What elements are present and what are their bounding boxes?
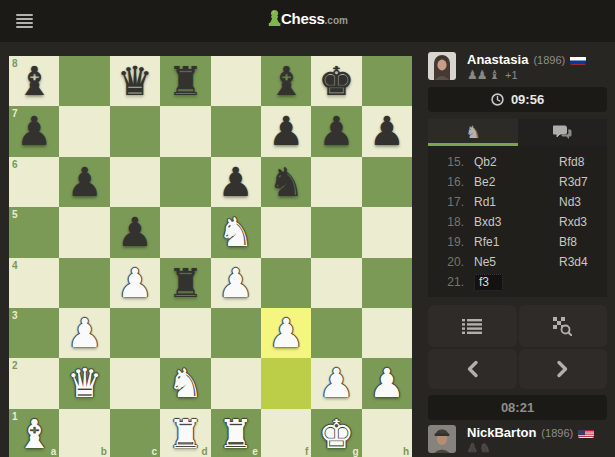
black-pawn-e6[interactable]: ♟ — [211, 157, 261, 207]
square-c1[interactable]: c — [110, 409, 160, 457]
square-f5[interactable] — [261, 207, 311, 257]
square-g5[interactable] — [311, 207, 361, 257]
square-c2[interactable] — [110, 358, 160, 408]
move-white[interactable]: Bxd3 — [474, 215, 526, 229]
bottom-player-avatar[interactable] — [428, 425, 456, 453]
move-row: 21.f3 — [428, 272, 607, 292]
analysis-board-button[interactable] — [519, 305, 608, 347]
move-row: 15.Qb2Rfd8 — [428, 152, 607, 172]
square-d2[interactable]: ♞ — [160, 358, 210, 408]
rank-label-6: 6 — [12, 159, 18, 170]
move-number: 15. — [428, 155, 464, 169]
top-bar: Chess .com — [0, 0, 615, 42]
russia-flag-icon — [570, 54, 586, 65]
square-e6[interactable]: ♟ — [211, 157, 261, 207]
move-black[interactable]: R3d4 — [559, 255, 588, 269]
square-e5[interactable]: ♞ — [211, 207, 261, 257]
square-f6[interactable]: ♞ — [261, 157, 311, 207]
top-player-avatar[interactable] — [428, 52, 456, 80]
top-player-name[interactable]: Anastasia — [467, 52, 528, 67]
rank-label-2: 2 — [12, 360, 18, 371]
square-e1[interactable]: e♜ — [211, 409, 261, 457]
move-number: 18. — [428, 215, 464, 229]
bottom-player-name[interactable]: NickBarton — [467, 425, 536, 440]
square-a5[interactable]: 5 — [9, 207, 59, 257]
black-queen-c8[interactable]: ♛ — [110, 56, 160, 106]
hamburger-menu-icon[interactable] — [16, 14, 33, 28]
bottom-player-rating: (1896) — [541, 427, 573, 439]
square-c3[interactable] — [110, 308, 160, 358]
square-h7[interactable]: ♟ — [362, 106, 412, 156]
chess-board[interactable]: 8♝♛♜♝♚7♟♟♟♟6♟♟♞5♟♞4♟♜♟3♟♟2♛♞♟♟1a♝bcd♜e♜f… — [9, 56, 412, 457]
square-g7[interactable]: ♟ — [311, 106, 361, 156]
square-d5[interactable] — [160, 207, 210, 257]
square-b1[interactable]: b — [59, 409, 109, 457]
white-pawn-c4[interactable]: ♟ — [110, 258, 160, 308]
square-b3[interactable]: ♟ — [59, 308, 109, 358]
white-rook-e1[interactable]: ♜ — [211, 409, 261, 457]
move-row: 17.Rd1Nd3 — [428, 192, 607, 212]
square-c6[interactable] — [110, 157, 160, 207]
square-g3[interactable] — [311, 308, 361, 358]
file-label-c: c — [152, 446, 158, 457]
move-number: 21. — [428, 275, 464, 289]
square-b2[interactable]: ♛ — [59, 358, 109, 408]
chat-icon — [553, 125, 572, 140]
black-pawn-f7[interactable]: ♟ — [261, 106, 311, 156]
black-pawn-h7[interactable]: ♟ — [362, 106, 412, 156]
move-number: 19. — [428, 235, 464, 249]
square-d4[interactable]: ♜ — [160, 258, 210, 308]
black-king-g8[interactable]: ♚ — [311, 56, 361, 106]
white-pawn-f3[interactable]: ♟ — [261, 308, 311, 358]
square-f1[interactable]: f — [261, 409, 311, 457]
bottom-player-captured-pieces: ♟ ♞ — [467, 441, 594, 455]
white-queen-b2[interactable]: ♛ — [59, 358, 109, 408]
square-g2[interactable]: ♟ — [311, 358, 361, 408]
black-rook-d8[interactable]: ♜ — [160, 56, 210, 106]
rank-label-3: 3 — [12, 310, 18, 321]
square-f8[interactable]: ♝ — [261, 56, 311, 106]
knight-icon: ♞ — [465, 124, 480, 141]
square-g4[interactable] — [311, 258, 361, 308]
move-list: 15.Qb2Rfd816.Be2R3d717.Rd1Nd318.Bxd3Rxd3… — [428, 146, 607, 297]
move-black[interactable]: Nd3 — [559, 195, 581, 209]
logo-text-com: .com — [325, 15, 348, 26]
square-d3[interactable] — [160, 308, 210, 358]
move-number: 17. — [428, 195, 464, 209]
move-white[interactable]: Ne5 — [474, 255, 526, 269]
white-pawn-g2[interactable]: ♟ — [311, 358, 361, 408]
black-rook-d4[interactable]: ♜ — [160, 258, 210, 308]
square-g1[interactable]: g♚ — [311, 409, 361, 457]
move-white[interactable]: Rfe1 — [474, 235, 526, 249]
chesscom-logo[interactable]: Chess .com — [267, 9, 348, 27]
game-controls — [428, 305, 607, 389]
forward-icon — [556, 360, 569, 378]
bottom-player-clock: 08:21 — [428, 395, 607, 420]
bottom-player[interactable]: NickBarton (1896) ♟ ♞ — [428, 425, 607, 455]
square-e4[interactable]: ♟ — [211, 258, 261, 308]
move-number: 20. — [428, 255, 464, 269]
move-black[interactable]: Rfd8 — [559, 155, 584, 169]
move-row: 18.Bxd3Rxd3 — [428, 212, 607, 232]
rank-label-5: 5 — [12, 209, 18, 220]
square-h5[interactable] — [362, 207, 412, 257]
square-f4[interactable] — [261, 258, 311, 308]
file-label-b: b — [101, 446, 107, 457]
white-rook-d1[interactable]: ♜ — [160, 409, 210, 457]
white-knight-d2[interactable]: ♞ — [160, 358, 210, 408]
white-pawn-b3[interactable]: ♟ — [59, 308, 109, 358]
black-bishop-f8[interactable]: ♝ — [261, 56, 311, 106]
move-number: 16. — [428, 175, 464, 189]
square-f7[interactable]: ♟ — [261, 106, 311, 156]
back-button[interactable] — [428, 349, 517, 389]
square-a7[interactable]: 7♟ — [9, 106, 59, 156]
move-black[interactable]: R3d7 — [559, 175, 588, 189]
top-player[interactable]: Anastasia (1896) ♟♟ ♝+1 — [428, 52, 607, 82]
white-bishop-a1[interactable]: ♝ — [9, 409, 59, 457]
black-pawn-g7[interactable]: ♟ — [311, 106, 361, 156]
move-black[interactable]: Bf8 — [559, 235, 577, 249]
move-white[interactable]: Be2 — [474, 175, 526, 189]
square-b5[interactable] — [59, 207, 109, 257]
square-b8[interactable] — [59, 56, 109, 106]
top-player-clock: 09:56 — [428, 87, 607, 112]
top-player-rating: (1896) — [533, 54, 565, 66]
bottom-clock-time: 08:21 — [501, 400, 534, 415]
file-label-f: f — [305, 446, 308, 457]
black-pawn-a7[interactable]: ♟ — [9, 106, 59, 156]
black-pawn-c5[interactable]: ♟ — [110, 207, 160, 257]
square-d1[interactable]: d♜ — [160, 409, 210, 457]
square-d6[interactable] — [160, 157, 210, 207]
move-white[interactable]: Rd1 — [474, 195, 526, 209]
square-c5[interactable]: ♟ — [110, 207, 160, 257]
white-pawn-e4[interactable]: ♟ — [211, 258, 261, 308]
square-b6[interactable]: ♟ — [59, 157, 109, 207]
square-a1[interactable]: 1a♝ — [9, 409, 59, 457]
analysis-board-icon — [553, 317, 572, 336]
moves-list-button[interactable] — [428, 305, 517, 347]
sidebar-tabs: ♞ — [428, 119, 607, 146]
square-d7[interactable] — [160, 106, 210, 156]
white-king-g1[interactable]: ♚ — [311, 409, 361, 457]
black-bishop-a8[interactable]: ♝ — [9, 56, 59, 106]
square-c8[interactable]: ♛ — [110, 56, 160, 106]
square-h3[interactable] — [362, 308, 412, 358]
square-d8[interactable]: ♜ — [160, 56, 210, 106]
move-row: 19.Rfe1Bf8 — [428, 232, 607, 252]
tab-chat[interactable] — [518, 119, 608, 146]
logo-text-chess: Chess — [281, 10, 325, 27]
game-sidebar: Anastasia (1896) ♟♟ ♝+1 09:56 — [428, 52, 607, 455]
black-knight-f6[interactable]: ♞ — [261, 157, 311, 207]
square-c7[interactable] — [110, 106, 160, 156]
black-pawn-b6[interactable]: ♟ — [59, 157, 109, 207]
square-h6[interactable] — [362, 157, 412, 207]
top-clock-time: 09:56 — [511, 92, 544, 107]
square-e7[interactable] — [211, 106, 261, 156]
move-row: 16.Be2R3d7 — [428, 172, 607, 192]
square-g8[interactable]: ♚ — [311, 56, 361, 106]
usa-flag-icon — [578, 427, 594, 438]
move-black[interactable]: Rxd3 — [559, 215, 587, 229]
square-b4[interactable] — [59, 258, 109, 308]
square-e2[interactable] — [211, 358, 261, 408]
move-row: 20.Ne5R3d4 — [428, 252, 607, 272]
square-e3[interactable] — [211, 308, 261, 358]
tab-moves[interactable]: ♞ — [428, 119, 518, 146]
square-a8[interactable]: 8♝ — [9, 56, 59, 106]
square-h1[interactable]: h — [362, 409, 412, 457]
forward-button[interactable] — [519, 349, 608, 389]
square-a2[interactable]: 2 — [9, 358, 59, 408]
square-a4[interactable]: 4 — [9, 258, 59, 308]
top-player-captured-pieces: ♟♟ ♝+1 — [467, 68, 586, 82]
square-f2[interactable] — [261, 358, 311, 408]
material-advantage: +1 — [505, 69, 518, 81]
square-h4[interactable] — [362, 258, 412, 308]
moves-list-icon — [462, 319, 482, 334]
rank-label-4: 4 — [12, 260, 18, 271]
square-c4[interactable]: ♟ — [110, 258, 160, 308]
file-label-h: h — [403, 446, 409, 457]
square-g6[interactable] — [311, 157, 361, 207]
white-knight-e5[interactable]: ♞ — [211, 207, 261, 257]
square-a3[interactable]: 3 — [9, 308, 59, 358]
pawn-logo-icon — [267, 9, 281, 27]
square-f3[interactable]: ♟ — [261, 308, 311, 358]
white-pawn-h2[interactable]: ♟ — [362, 358, 412, 408]
square-h8[interactable] — [362, 56, 412, 106]
move-white[interactable]: f3 — [474, 275, 526, 289]
move-white[interactable]: Qb2 — [474, 155, 526, 169]
square-b7[interactable] — [59, 106, 109, 156]
square-a6[interactable]: 6 — [9, 157, 59, 207]
square-h2[interactable]: ♟ — [362, 358, 412, 408]
square-e8[interactable] — [211, 56, 261, 106]
back-icon — [466, 360, 479, 378]
clock-icon — [491, 93, 504, 106]
